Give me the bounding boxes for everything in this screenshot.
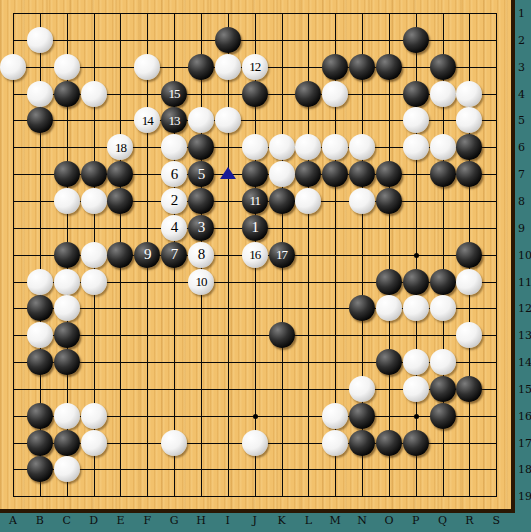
move-number: 10 <box>195 275 206 288</box>
black-stone[interactable] <box>349 430 375 456</box>
black-stone[interactable] <box>403 269 429 295</box>
move-number: 18 <box>115 141 126 154</box>
white-stone[interactable] <box>54 295 80 321</box>
white-stone[interactable]: 4 <box>161 215 187 241</box>
move-number: 13 <box>169 114 180 127</box>
black-stone[interactable] <box>107 188 133 214</box>
grid-line-horizontal <box>13 469 497 470</box>
black-stone[interactable]: 13 <box>161 107 187 133</box>
white-stone[interactable] <box>54 188 80 214</box>
goban[interactable]: 121514131865211431978161710 <box>0 0 515 513</box>
black-stone[interactable]: 11 <box>242 188 268 214</box>
white-stone[interactable] <box>27 269 53 295</box>
black-stone[interactable]: 15 <box>161 81 187 107</box>
black-stone[interactable] <box>430 269 456 295</box>
black-stone[interactable] <box>403 430 429 456</box>
column-label: G <box>170 514 179 527</box>
black-stone[interactable] <box>54 81 80 107</box>
move-number: 8 <box>198 247 205 262</box>
black-stone[interactable] <box>54 161 80 187</box>
black-stone[interactable] <box>242 81 268 107</box>
star-point <box>253 414 258 419</box>
black-stone[interactable] <box>269 188 295 214</box>
white-stone[interactable] <box>295 134 321 160</box>
white-stone[interactable] <box>456 107 482 133</box>
white-stone[interactable] <box>430 295 456 321</box>
black-stone[interactable] <box>349 403 375 429</box>
move-number: 6 <box>171 167 178 182</box>
move-number: 11 <box>249 194 260 207</box>
white-stone[interactable]: 12 <box>242 54 268 80</box>
white-stone[interactable] <box>456 322 482 348</box>
black-stone[interactable] <box>295 161 321 187</box>
column-label: P <box>412 514 419 527</box>
row-label: 16 <box>518 409 531 422</box>
white-stone[interactable] <box>430 81 456 107</box>
white-stone[interactable]: 10 <box>188 269 214 295</box>
black-stone[interactable] <box>27 430 53 456</box>
black-stone[interactable] <box>269 322 295 348</box>
white-stone[interactable] <box>349 376 375 402</box>
black-stone[interactable]: 5 <box>188 161 214 187</box>
white-stone[interactable] <box>215 54 241 80</box>
white-stone[interactable] <box>322 430 348 456</box>
black-stone[interactable] <box>430 54 456 80</box>
white-stone[interactable] <box>81 430 107 456</box>
white-stone[interactable] <box>376 295 402 321</box>
column-label: B <box>36 514 44 527</box>
column-label: H <box>196 514 206 527</box>
column-label: S <box>493 514 501 527</box>
white-stone[interactable] <box>403 295 429 321</box>
black-stone[interactable] <box>295 81 321 107</box>
column-label: F <box>143 514 151 527</box>
black-stone[interactable] <box>430 161 456 187</box>
black-stone[interactable] <box>456 242 482 268</box>
row-label: 19 <box>518 490 531 503</box>
black-stone[interactable]: 7 <box>161 242 187 268</box>
white-stone[interactable] <box>349 134 375 160</box>
white-stone[interactable] <box>403 107 429 133</box>
white-stone[interactable] <box>456 269 482 295</box>
row-label: 7 <box>518 168 525 181</box>
white-stone[interactable] <box>81 403 107 429</box>
white-stone[interactable] <box>81 188 107 214</box>
black-stone[interactable]: 17 <box>269 242 295 268</box>
white-stone[interactable] <box>322 403 348 429</box>
white-stone[interactable] <box>403 376 429 402</box>
white-stone[interactable] <box>269 134 295 160</box>
move-number: 9 <box>144 247 151 262</box>
move-number: 7 <box>171 247 178 262</box>
move-number: 5 <box>198 167 205 182</box>
column-label: N <box>357 514 367 527</box>
black-stone[interactable]: 1 <box>242 215 268 241</box>
black-stone[interactable] <box>376 430 402 456</box>
column-label: M <box>330 514 341 527</box>
black-stone[interactable] <box>107 161 133 187</box>
row-label: 5 <box>518 114 525 127</box>
black-stone[interactable] <box>27 295 53 321</box>
row-label: 8 <box>518 194 525 207</box>
white-stone[interactable] <box>0 54 26 80</box>
black-stone[interactable] <box>215 27 241 53</box>
row-label: 3 <box>518 60 525 73</box>
grid-line-vertical <box>496 13 497 497</box>
white-stone[interactable]: 18 <box>107 134 133 160</box>
black-stone[interactable] <box>430 403 456 429</box>
column-label: D <box>89 514 98 527</box>
row-label: 4 <box>518 87 525 100</box>
black-stone[interactable] <box>376 269 402 295</box>
column-label: J <box>252 514 256 527</box>
white-stone[interactable] <box>430 349 456 375</box>
move-number: 2 <box>171 193 178 208</box>
white-stone[interactable] <box>215 107 241 133</box>
black-stone[interactable] <box>242 161 268 187</box>
triangle-marker-icon <box>220 167 236 179</box>
white-stone[interactable] <box>188 107 214 133</box>
white-stone[interactable]: 16 <box>242 242 268 268</box>
white-stone[interactable] <box>456 81 482 107</box>
move-number: 3 <box>198 220 205 235</box>
row-label: 11 <box>518 275 531 288</box>
black-stone[interactable] <box>456 134 482 160</box>
star-point <box>414 253 419 258</box>
black-stone[interactable] <box>54 349 80 375</box>
column-label: E <box>116 514 124 527</box>
black-stone[interactable]: 3 <box>188 215 214 241</box>
grid-line-horizontal <box>13 496 497 497</box>
black-stone[interactable] <box>27 456 53 482</box>
move-number: 4 <box>171 220 178 235</box>
white-stone[interactable] <box>81 269 107 295</box>
move-number: 15 <box>169 87 180 100</box>
black-stone[interactable] <box>376 188 402 214</box>
column-label: A <box>9 514 17 527</box>
black-stone[interactable] <box>54 430 80 456</box>
black-stone[interactable] <box>81 161 107 187</box>
white-stone[interactable]: 8 <box>188 242 214 268</box>
white-stone[interactable]: 6 <box>161 161 187 187</box>
black-stone[interactable] <box>349 295 375 321</box>
white-stone[interactable] <box>54 54 80 80</box>
row-label: 14 <box>518 356 531 369</box>
white-stone[interactable] <box>242 134 268 160</box>
black-stone[interactable] <box>27 403 53 429</box>
row-label: 1 <box>518 7 525 20</box>
row-label: 18 <box>518 463 531 476</box>
row-label: 10 <box>518 248 531 261</box>
white-stone[interactable]: 14 <box>134 107 160 133</box>
row-label: 2 <box>518 33 525 46</box>
black-stone[interactable] <box>188 134 214 160</box>
black-stone[interactable] <box>188 54 214 80</box>
white-stone[interactable] <box>81 81 107 107</box>
white-stone[interactable] <box>161 430 187 456</box>
column-label: C <box>62 514 70 527</box>
move-number: 16 <box>249 248 260 261</box>
row-label: 17 <box>518 436 531 449</box>
white-stone[interactable] <box>27 27 53 53</box>
row-label: 12 <box>518 302 531 315</box>
column-label: R <box>465 514 473 527</box>
move-number: 12 <box>249 60 260 73</box>
black-stone[interactable] <box>322 54 348 80</box>
row-label: 6 <box>518 141 525 154</box>
white-stone[interactable] <box>430 134 456 160</box>
white-stone[interactable] <box>295 188 321 214</box>
black-stone[interactable] <box>107 242 133 268</box>
row-label: 13 <box>518 329 531 342</box>
row-label: 15 <box>518 382 531 395</box>
black-stone[interactable] <box>349 161 375 187</box>
black-stone[interactable] <box>27 349 53 375</box>
move-number: 1 <box>251 220 258 235</box>
column-label: K <box>277 514 285 527</box>
white-stone[interactable] <box>54 456 80 482</box>
column-label: O <box>384 514 393 527</box>
white-stone[interactable] <box>322 134 348 160</box>
white-stone[interactable] <box>134 54 160 80</box>
white-stone[interactable] <box>81 242 107 268</box>
black-stone[interactable] <box>456 376 482 402</box>
white-stone[interactable] <box>27 322 53 348</box>
black-stone[interactable] <box>54 242 80 268</box>
white-stone[interactable]: 2 <box>161 188 187 214</box>
black-stone[interactable]: 9 <box>134 242 160 268</box>
column-label: Q <box>438 514 447 527</box>
black-stone[interactable] <box>322 161 348 187</box>
move-number: 14 <box>142 114 153 127</box>
move-number: 17 <box>276 248 287 261</box>
white-stone[interactable] <box>242 430 268 456</box>
white-stone[interactable] <box>269 161 295 187</box>
black-stone[interactable] <box>456 161 482 187</box>
white-stone[interactable] <box>54 403 80 429</box>
white-stone[interactable] <box>27 81 53 107</box>
row-label: 9 <box>518 221 525 234</box>
white-stone[interactable] <box>403 134 429 160</box>
white-stone[interactable] <box>161 134 187 160</box>
black-stone[interactable] <box>376 161 402 187</box>
grid-line-horizontal <box>13 335 497 336</box>
white-stone[interactable] <box>403 349 429 375</box>
black-stone[interactable] <box>27 107 53 133</box>
column-label: L <box>305 514 312 527</box>
star-point <box>414 414 419 419</box>
white-stone[interactable] <box>54 269 80 295</box>
white-stone[interactable] <box>322 81 348 107</box>
black-stone[interactable] <box>403 81 429 107</box>
black-stone[interactable] <box>54 322 80 348</box>
column-label: I <box>226 514 230 527</box>
black-stone[interactable] <box>376 54 402 80</box>
white-stone[interactable] <box>349 188 375 214</box>
black-stone[interactable] <box>349 54 375 80</box>
grid-line-vertical <box>389 13 390 497</box>
black-stone[interactable] <box>403 27 429 53</box>
black-stone[interactable] <box>430 376 456 402</box>
black-stone[interactable] <box>376 349 402 375</box>
black-stone[interactable] <box>188 188 214 214</box>
